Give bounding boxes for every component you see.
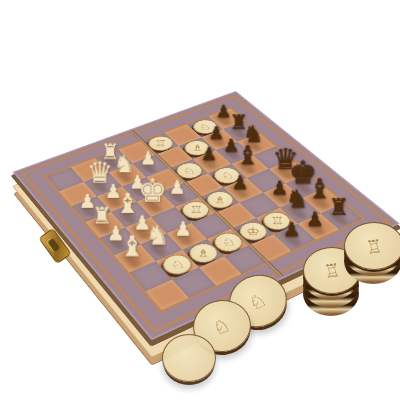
dark-pawn: ♟ (306, 210, 324, 228)
knight-engraving-icon: ♘ (170, 258, 185, 271)
knight-engraving-icon: ♘ (221, 236, 236, 249)
stack-top-disc-rook: ♖ (344, 222, 400, 270)
wood-disc-bishop: ♗ (183, 239, 224, 266)
knight-engraving-icon: ♘ (182, 165, 195, 176)
white-king: ♚ (138, 176, 167, 205)
knight-engraving-icon: ♘ (221, 170, 234, 181)
bishop-engraving-icon: ♗ (191, 143, 204, 153)
white-bishop: ♝ (118, 233, 144, 259)
dark-rook: ♜ (328, 197, 348, 217)
disc-stack: ♖ (344, 222, 400, 292)
rook-engraving-icon: ♖ (323, 259, 342, 282)
white-pawn: ♟ (174, 220, 192, 238)
chess-set-photo: ♟♜♞♛♚♝♜♘♟♟♝♟♞♟♗♟♘♟♖♟♖♘♗♔♟♟♖♘♜♞♟♚♟♗♛♟♝♟♞♘… (0, 0, 400, 400)
king-engraving-icon: ♔ (246, 225, 261, 237)
rook-engraving-icon: ♖ (154, 138, 167, 148)
loose-disc-plain (162, 334, 216, 382)
disc-engraving-icon: ♘ (210, 313, 233, 339)
rook-engraving-icon: ♖ (365, 234, 384, 257)
bishop-engraving-icon: ♗ (213, 194, 227, 205)
knight-engraving-icon: ♘ (199, 122, 211, 131)
disc-engraving-icon: ♘ (246, 287, 271, 314)
bishop-engraving-icon: ♗ (196, 246, 210, 259)
dark-pawn: ♟ (282, 220, 300, 238)
white-knight: ♞ (146, 224, 170, 248)
dark-knight: ♞ (286, 189, 309, 212)
